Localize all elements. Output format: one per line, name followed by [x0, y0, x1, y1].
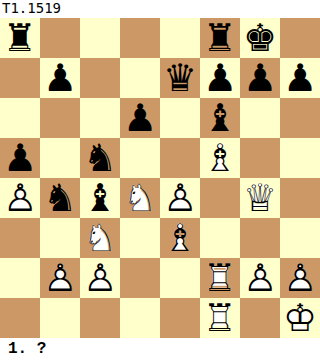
square-a5[interactable]: ♟ — [0, 138, 40, 178]
piece-black-pawn: ♟ — [240, 58, 280, 98]
piece-white-queen: ♛♕ — [240, 178, 280, 218]
square-a2[interactable] — [0, 258, 40, 298]
square-d8[interactable] — [120, 18, 160, 58]
square-f5[interactable]: ♝♗ — [200, 138, 240, 178]
square-c7[interactable] — [80, 58, 120, 98]
piece-white-knight: ♞♘ — [80, 218, 120, 258]
square-b6[interactable] — [40, 98, 80, 138]
square-d2[interactable] — [120, 258, 160, 298]
square-g3[interactable] — [240, 218, 280, 258]
square-e2[interactable] — [160, 258, 200, 298]
square-c2[interactable]: ♟♙ — [80, 258, 120, 298]
square-h2[interactable]: ♟♙ — [280, 258, 320, 298]
square-b8[interactable] — [40, 18, 80, 58]
chess-board: ♜♜♚♟♛♟♟♟♟♝♟♞♝♗♟♙♞♝♞♘♟♙♛♕♞♘♝♗♟♙♟♙♜♖♟♙♟♙♜♖… — [0, 18, 320, 338]
piece-white-king: ♚♔ — [280, 298, 320, 338]
square-f2[interactable]: ♜♖ — [200, 258, 240, 298]
square-e8[interactable] — [160, 18, 200, 58]
piece-white-pawn: ♟♙ — [0, 178, 40, 218]
piece-black-bishop: ♝ — [80, 178, 120, 218]
square-b2[interactable]: ♟♙ — [40, 258, 80, 298]
square-g4[interactable]: ♛♕ — [240, 178, 280, 218]
square-a8[interactable]: ♜ — [0, 18, 40, 58]
square-a4[interactable]: ♟♙ — [0, 178, 40, 218]
square-g8[interactable]: ♚ — [240, 18, 280, 58]
square-f4[interactable] — [200, 178, 240, 218]
square-d5[interactable] — [120, 138, 160, 178]
square-e6[interactable] — [160, 98, 200, 138]
square-c1[interactable] — [80, 298, 120, 338]
piece-white-pawn: ♟♙ — [160, 178, 200, 218]
piece-black-pawn: ♟ — [200, 58, 240, 98]
piece-white-rook: ♜♖ — [200, 298, 240, 338]
piece-white-bishop: ♝♗ — [200, 138, 240, 178]
square-h8[interactable] — [280, 18, 320, 58]
piece-black-pawn: ♟ — [40, 58, 80, 98]
square-c6[interactable] — [80, 98, 120, 138]
square-h3[interactable] — [280, 218, 320, 258]
move-prompt: 1. ? — [0, 338, 320, 360]
square-g7[interactable]: ♟ — [240, 58, 280, 98]
square-e4[interactable]: ♟♙ — [160, 178, 200, 218]
square-c8[interactable] — [80, 18, 120, 58]
square-b1[interactable] — [40, 298, 80, 338]
piece-black-pawn: ♟ — [120, 98, 160, 138]
piece-black-knight: ♞ — [80, 138, 120, 178]
piece-black-rook: ♜ — [200, 18, 240, 58]
square-h7[interactable]: ♟ — [280, 58, 320, 98]
piece-white-pawn: ♟♙ — [40, 258, 80, 298]
square-c4[interactable]: ♝ — [80, 178, 120, 218]
square-b7[interactable]: ♟ — [40, 58, 80, 98]
square-e1[interactable] — [160, 298, 200, 338]
piece-black-king: ♚ — [240, 18, 280, 58]
piece-white-pawn: ♟♙ — [280, 258, 320, 298]
piece-black-rook: ♜ — [0, 18, 40, 58]
square-e5[interactable] — [160, 138, 200, 178]
piece-white-bishop: ♝♗ — [160, 218, 200, 258]
piece-black-pawn: ♟ — [280, 58, 320, 98]
piece-white-pawn: ♟♙ — [80, 258, 120, 298]
square-h6[interactable] — [280, 98, 320, 138]
piece-white-rook: ♜♖ — [200, 258, 240, 298]
square-c3[interactable]: ♞♘ — [80, 218, 120, 258]
piece-black-knight: ♞ — [40, 178, 80, 218]
square-g6[interactable] — [240, 98, 280, 138]
square-a1[interactable] — [0, 298, 40, 338]
square-g2[interactable]: ♟♙ — [240, 258, 280, 298]
piece-white-knight: ♞♘ — [120, 178, 160, 218]
square-b4[interactable]: ♞ — [40, 178, 80, 218]
square-d1[interactable] — [120, 298, 160, 338]
square-d3[interactable] — [120, 218, 160, 258]
square-a3[interactable] — [0, 218, 40, 258]
piece-white-pawn: ♟♙ — [240, 258, 280, 298]
square-f1[interactable]: ♜♖ — [200, 298, 240, 338]
piece-black-bishop: ♝ — [200, 98, 240, 138]
piece-black-pawn: ♟ — [0, 138, 40, 178]
square-e3[interactable]: ♝♗ — [160, 218, 200, 258]
square-b5[interactable] — [40, 138, 80, 178]
square-b3[interactable] — [40, 218, 80, 258]
square-a6[interactable] — [0, 98, 40, 138]
square-a7[interactable] — [0, 58, 40, 98]
square-h4[interactable] — [280, 178, 320, 218]
square-f3[interactable] — [200, 218, 240, 258]
square-h5[interactable] — [280, 138, 320, 178]
square-e7[interactable]: ♛ — [160, 58, 200, 98]
piece-black-queen: ♛ — [160, 58, 200, 98]
square-d4[interactable]: ♞♘ — [120, 178, 160, 218]
square-g1[interactable] — [240, 298, 280, 338]
square-g5[interactable] — [240, 138, 280, 178]
square-c5[interactable]: ♞ — [80, 138, 120, 178]
square-d7[interactable] — [120, 58, 160, 98]
square-d6[interactable]: ♟ — [120, 98, 160, 138]
square-f8[interactable]: ♜ — [200, 18, 240, 58]
square-f6[interactable]: ♝ — [200, 98, 240, 138]
square-h1[interactable]: ♚♔ — [280, 298, 320, 338]
square-f7[interactable]: ♟ — [200, 58, 240, 98]
